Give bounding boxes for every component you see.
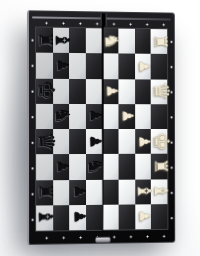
square: ♚ [151,129,167,154]
black-pawn: ♟ [87,134,102,148]
square [151,204,167,229]
square: ♟ [53,154,70,179]
black-pawn: ♟ [54,59,69,73]
square: ♞ [86,154,102,179]
square: ♜ [36,180,53,206]
square [135,29,151,54]
white-knight: ♞ [102,32,121,49]
black-pawn: ♟ [71,210,86,224]
square [69,78,86,103]
black-knight: ♞ [53,107,73,125]
square: ♝ [53,28,70,53]
square: ♟ [86,129,102,154]
black-bishop: ♝ [53,31,73,48]
square [119,204,135,229]
square [135,104,151,129]
square [119,54,135,79]
square [102,179,118,204]
square [102,204,118,229]
square [36,104,53,129]
square [36,154,53,179]
product-photo-scene: ♜♝♞♜♟♟♚♟♛♞♟♟♛♟♟♚♟♞♜♜♟♝♝♝♟♟ [0,0,200,256]
square [86,79,102,104]
square [151,104,167,129]
rivet-dots-left [30,27,33,230]
square [102,129,118,154]
black-rook: ♜ [36,184,55,201]
white-rook: ♜ [151,158,169,175]
square [102,104,118,129]
board-hinge-seam [101,26,103,231]
square: ♟ [69,205,86,231]
white-pawn: ♟ [136,59,151,73]
black-bishop: ♝ [36,208,56,226]
square: ♝ [151,179,167,204]
white-pawn: ♟ [104,84,119,98]
square: ♜ [151,29,167,54]
square [102,54,118,79]
black-pawn: ♟ [71,185,86,199]
square: ♞ [53,104,70,129]
square [36,53,53,78]
square: ♟ [102,79,118,104]
black-queen: ♛ [35,131,58,152]
chess-board-case: ♜♝♞♜♟♟♚♟♛♞♟♟♛♟♟♚♟♞♜♜♟♝♝♝♟♟ [27,10,175,245]
square: ♟ [69,179,86,204]
square: ♛ [151,79,167,104]
white-pawn: ♟ [120,109,135,123]
square: ♝ [36,205,53,231]
square [119,129,135,154]
square [119,154,135,179]
square: ♚ [36,78,53,103]
white-rook: ♜ [151,33,169,49]
square: ♟ [53,53,70,78]
white-queen: ♛ [150,81,172,101]
board-clasp [94,237,110,243]
white-bishop: ♝ [151,182,170,200]
square: ♟ [86,104,102,129]
black-pawn: ♟ [87,109,102,123]
square [119,179,135,204]
square: ♜ [36,28,53,54]
square [86,53,102,78]
square [135,154,151,179]
square: ♝ [135,179,151,204]
black-king: ♚ [35,80,58,100]
white-king: ♚ [150,131,172,151]
square: ♞ [102,28,118,53]
black-knight: ♞ [86,158,105,176]
square: ♟ [135,54,151,79]
board-spine-gap [100,13,106,26]
square: ♜ [151,154,167,179]
square [69,154,86,179]
square [69,53,86,78]
square: ♟ [135,204,151,229]
white-pawn: ♟ [137,209,152,223]
square [151,54,167,79]
square: ♟ [119,104,135,129]
square [86,28,102,53]
black-pawn: ♟ [54,160,69,174]
square: ♛ [36,129,53,154]
square [69,129,86,154]
